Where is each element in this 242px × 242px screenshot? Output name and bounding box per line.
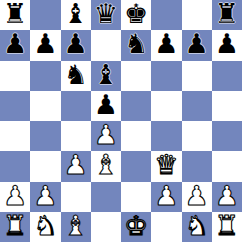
square-c8[interactable]: ♝ [61,0,91,30]
square-g7[interactable]: ♟ [182,30,212,60]
piece-black-pawn[interactable]: ♟ [154,30,178,59]
square-b5[interactable] [30,91,60,121]
square-h7[interactable]: ♟ [212,30,242,60]
square-c2[interactable] [61,182,91,212]
square-d7[interactable] [91,30,121,60]
square-h1[interactable]: ♜ [212,212,242,242]
piece-white-pawn[interactable]: ♟ [154,182,178,211]
square-c5[interactable] [61,91,91,121]
square-b8[interactable] [30,0,60,30]
piece-black-bishop[interactable]: ♝ [64,0,88,29]
square-c7[interactable]: ♟ [61,30,91,60]
piece-black-pawn[interactable]: ♟ [185,30,209,59]
piece-white-pawn[interactable]: ♟ [64,151,88,180]
square-e2[interactable] [121,182,151,212]
square-g6[interactable] [182,61,212,91]
square-f4[interactable] [151,121,181,151]
square-a6[interactable] [0,61,30,91]
piece-white-bishop[interactable]: ♝ [94,151,118,180]
piece-white-queen[interactable]: ♛ [154,151,178,180]
square-f2[interactable]: ♟ [151,182,181,212]
piece-black-rook[interactable]: ♜ [215,0,239,29]
square-f5[interactable] [151,91,181,121]
square-g1[interactable]: ♞ [182,212,212,242]
square-a4[interactable] [0,121,30,151]
square-h4[interactable] [212,121,242,151]
square-d6[interactable]: ♝ [91,61,121,91]
square-f6[interactable] [151,61,181,91]
square-a3[interactable] [0,151,30,181]
square-a8[interactable]: ♜ [0,0,30,30]
piece-black-bishop[interactable]: ♝ [94,61,118,90]
piece-white-knight[interactable]: ♞ [185,212,209,241]
square-d2[interactable] [91,182,121,212]
piece-white-pawn[interactable]: ♟ [3,182,27,211]
square-c4[interactable] [61,121,91,151]
piece-black-pawn[interactable]: ♟ [215,30,239,59]
square-f8[interactable] [151,0,181,30]
piece-white-bishop[interactable]: ♝ [64,212,88,241]
square-g3[interactable] [182,151,212,181]
square-b1[interactable]: ♞ [30,212,60,242]
square-f1[interactable] [151,212,181,242]
square-d3[interactable]: ♝ [91,151,121,181]
piece-white-pawn[interactable]: ♟ [185,182,209,211]
piece-black-knight[interactable]: ♞ [64,61,88,90]
square-a1[interactable]: ♜ [0,212,30,242]
square-a7[interactable]: ♟ [0,30,30,60]
piece-black-queen[interactable]: ♛ [94,0,118,29]
piece-white-pawn[interactable]: ♟ [215,182,239,211]
square-c1[interactable]: ♝ [61,212,91,242]
square-e4[interactable] [121,121,151,151]
square-h8[interactable]: ♜ [212,0,242,30]
square-g5[interactable] [182,91,212,121]
square-d5[interactable]: ♟ [91,91,121,121]
piece-black-pawn[interactable]: ♟ [3,30,27,59]
piece-white-rook[interactable]: ♜ [3,212,27,241]
square-c6[interactable]: ♞ [61,61,91,91]
square-e5[interactable] [121,91,151,121]
piece-black-rook[interactable]: ♜ [3,0,27,29]
square-b2[interactable]: ♟ [30,182,60,212]
square-g4[interactable] [182,121,212,151]
square-a5[interactable] [0,91,30,121]
square-e3[interactable] [121,151,151,181]
square-c3[interactable]: ♟ [61,151,91,181]
square-b7[interactable]: ♟ [30,30,60,60]
piece-white-knight[interactable]: ♞ [33,212,57,241]
square-f3[interactable]: ♛ [151,151,181,181]
square-b3[interactable] [30,151,60,181]
square-b6[interactable] [30,61,60,91]
piece-black-king[interactable]: ♚ [124,0,148,29]
square-e7[interactable]: ♞ [121,30,151,60]
square-h6[interactable] [212,61,242,91]
square-h5[interactable] [212,91,242,121]
chess-board: ♜♝♛♚♜♟♟♟♞♟♟♟♞♝♟♟♟♝♛♟♟♟♟♟♜♞♝♚♞♜ [0,0,242,242]
piece-white-king[interactable]: ♚ [124,212,148,241]
piece-black-pawn[interactable]: ♟ [64,30,88,59]
piece-white-pawn[interactable]: ♟ [94,121,118,150]
square-e8[interactable]: ♚ [121,0,151,30]
square-d4[interactable]: ♟ [91,121,121,151]
piece-white-rook[interactable]: ♜ [215,212,239,241]
piece-black-pawn[interactable]: ♟ [33,30,57,59]
square-a2[interactable]: ♟ [0,182,30,212]
square-g8[interactable] [182,0,212,30]
square-d1[interactable] [91,212,121,242]
square-e6[interactable] [121,61,151,91]
piece-black-pawn[interactable]: ♟ [94,91,118,120]
piece-white-pawn[interactable]: ♟ [33,182,57,211]
square-f7[interactable]: ♟ [151,30,181,60]
square-h2[interactable]: ♟ [212,182,242,212]
square-d8[interactable]: ♛ [91,0,121,30]
piece-black-knight[interactable]: ♞ [124,30,148,59]
square-b4[interactable] [30,121,60,151]
square-g2[interactable]: ♟ [182,182,212,212]
square-e1[interactable]: ♚ [121,212,151,242]
square-h3[interactable] [212,151,242,181]
